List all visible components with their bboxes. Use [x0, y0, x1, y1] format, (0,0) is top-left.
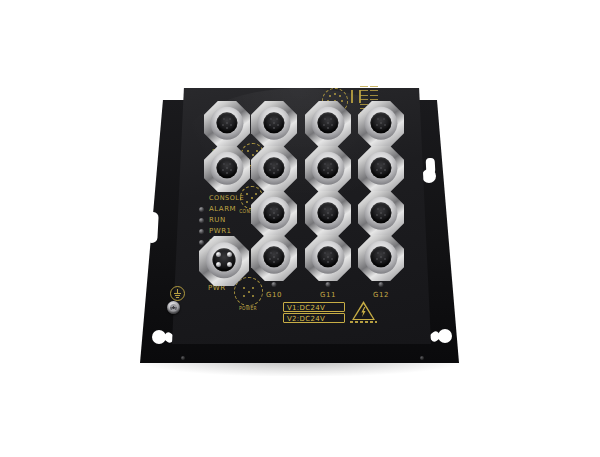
- port-label-g11: G11: [320, 291, 336, 299]
- earth-ground-icon: [170, 286, 185, 301]
- mount-slot-left: [146, 212, 159, 244]
- data-port-r1c3: [358, 101, 404, 147]
- data-port-r2c2: [305, 146, 351, 192]
- plate-screw-left: [181, 356, 185, 360]
- power-rating-v1: V1:DC24V: [283, 302, 345, 312]
- grounding-screw: [167, 301, 180, 314]
- connector-pins: [327, 167, 329, 169]
- console-port: [204, 146, 250, 192]
- run-led: [199, 218, 204, 223]
- port-label-g10: G10: [266, 291, 282, 299]
- data-port-r4c3-led: [379, 282, 384, 287]
- data-port-r1c2: [305, 101, 351, 147]
- product-photo: RELAY RELAY CONSOLE CONSOLE ALARM RUN PW…: [0, 0, 600, 457]
- relay-port: [204, 101, 250, 147]
- pwr1-led-label: PWR1: [209, 226, 231, 236]
- connector-pins: [327, 212, 329, 214]
- connector-pins: [226, 167, 228, 169]
- data-port-r2c1: [251, 146, 297, 192]
- power-diagram-caption: POWER: [239, 306, 257, 311]
- warning-fine-print: [350, 321, 377, 323]
- power-rating-v2: V2:DC24V: [283, 313, 345, 323]
- connector-pins: [273, 256, 275, 258]
- data-port-r3c2: [305, 191, 351, 237]
- pwr1-led: [199, 229, 204, 234]
- connector-pins: [380, 122, 382, 124]
- connector-pins: [273, 167, 275, 169]
- run-led-label: RUN: [209, 215, 226, 225]
- console-label: CONSOLE: [209, 193, 244, 203]
- plate-screw-right: [420, 356, 424, 360]
- data-port-r4c3: [358, 235, 404, 281]
- mount-keyhole-right-head: [422, 169, 436, 183]
- power-pins-icon: [248, 291, 250, 293]
- connector-pins: [380, 167, 382, 169]
- port-label-g12: G12: [373, 291, 389, 299]
- data-port-r4c2-led: [326, 282, 331, 287]
- connector-pins: [380, 212, 382, 214]
- data-port-r4c1-led: [272, 282, 277, 287]
- connector-pins: [327, 256, 329, 258]
- connector-pins: [327, 122, 329, 124]
- alarm-led-label: ALARM: [209, 204, 236, 214]
- connector-pins: [273, 212, 275, 214]
- connector-pins: [380, 256, 382, 258]
- pwr-port: [199, 236, 249, 286]
- data-port-r3c1: [251, 191, 297, 237]
- data-port-r4c2: [305, 235, 351, 281]
- alarm-led: [199, 207, 204, 212]
- connector-pins: [273, 122, 275, 124]
- data-port-r1c1: [251, 101, 297, 147]
- data-port-r3c3: [358, 191, 404, 237]
- data-port-r4c1: [251, 235, 297, 281]
- data-port-r2c3: [358, 146, 404, 192]
- connector-pins: [226, 122, 228, 124]
